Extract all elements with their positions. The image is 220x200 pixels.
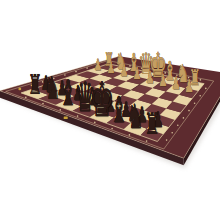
brass-clasp-icon <box>64 116 68 119</box>
inlay-mark <box>200 79 202 81</box>
inlay-mark <box>188 110 190 112</box>
inlay-mark <box>77 115 79 117</box>
product-photo: ♜♞♝♛♚♝♞♜♟♟♟♟♟♟♟♟♟♟♟♟♟♟♟♟♜♞♝♛♚♝♞♜ <box>0 0 220 200</box>
inlay-mark <box>94 122 96 124</box>
brass-hinge-icon <box>18 88 21 91</box>
inlay-mark <box>199 95 201 97</box>
inlay-mark <box>98 64 100 66</box>
inlay-mark <box>42 81 44 83</box>
inlay-mark <box>25 97 27 99</box>
inlay-mark <box>205 88 207 90</box>
inlay-mark <box>146 140 148 142</box>
inlay-mark <box>194 102 196 104</box>
chess-board <box>0 0 220 200</box>
inlay-mark <box>171 132 173 134</box>
inlay-mark <box>129 134 131 136</box>
inlay-mark <box>118 63 120 65</box>
inlay-mark <box>53 78 55 80</box>
inlay-mark <box>183 117 185 119</box>
inlay-mark <box>111 128 113 130</box>
inlay-mark <box>166 139 168 141</box>
inlay-mark <box>75 71 77 73</box>
inlay-mark <box>86 67 88 69</box>
inlay-mark <box>176 74 178 76</box>
inlay-mark <box>42 103 44 105</box>
inlay-mark <box>64 74 66 76</box>
inlay-mark <box>129 65 131 67</box>
inlay-mark <box>177 125 179 127</box>
inlay-mark <box>153 70 155 72</box>
inlay-mark <box>31 85 33 87</box>
inlay-mark <box>141 68 143 70</box>
inlay-mark <box>60 109 62 111</box>
inlay-mark <box>164 72 166 74</box>
inlay-mark <box>188 77 190 79</box>
